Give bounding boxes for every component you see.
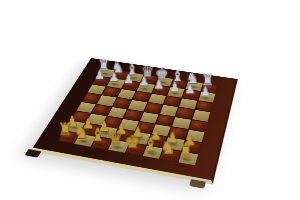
- piece-silver-pawn[interactable]: ♟: [108, 71, 119, 83]
- piece-silver-pawn[interactable]: ♟: [138, 76, 149, 88]
- square-e4[interactable]: [140, 112, 159, 124]
- board-foot-left: [24, 149, 41, 158]
- piece-gold-rook[interactable]: ♜: [178, 141, 194, 159]
- piece-silver-pawn[interactable]: ♟: [123, 73, 134, 85]
- square-g5[interactable]: [176, 107, 194, 118]
- square-g4[interactable]: [172, 117, 191, 129]
- piece-gold-king[interactable]: ♚: [125, 132, 141, 150]
- square-a5[interactable]: [82, 93, 101, 104]
- piece-gold-bishop[interactable]: ♝: [90, 127, 106, 144]
- board-grid: ♜♞♝♛♚♝♞♜♟♟♟♟♟♟♟♟♟♟♟♟♟♟♟♟♜♞♝♛♚♝♞♜: [58, 69, 218, 166]
- piece-silver-pawn[interactable]: ♟: [94, 69, 105, 81]
- square-h5[interactable]: [192, 110, 210, 122]
- piece-silver-pawn[interactable]: ♟: [200, 85, 211, 98]
- board-foot-right: [189, 179, 206, 189]
- board-frame: ♜♞♝♛♚♝♞♜♟♟♟♟♟♟♟♟♟♟♟♟♟♟♟♟♜♞♝♛♚♝♞♜: [31, 58, 238, 185]
- square-f4[interactable]: [156, 114, 175, 126]
- piece-gold-rook[interactable]: ♜: [57, 121, 72, 138]
- piece-silver-pawn[interactable]: ♟: [184, 82, 195, 95]
- piece-gold-knight[interactable]: ♞: [160, 138, 176, 156]
- square-h1[interactable]: ♜: [178, 151, 198, 165]
- piece-gold-queen[interactable]: ♛: [108, 129, 124, 147]
- square-e5[interactable]: [144, 102, 162, 113]
- chess-board: ♜♞♝♛♚♝♞♜♟♟♟♟♟♟♟♟♟♟♟♟♟♟♟♟♜♞♝♛♚♝♞♜: [31, 58, 238, 185]
- square-a4[interactable]: [77, 102, 96, 113]
- piece-silver-pawn[interactable]: ♟: [169, 80, 180, 93]
- chess-set-photo: ♜♞♝♛♚♝♞♜♟♟♟♟♟♟♟♟♟♟♟♟♟♟♟♟♜♞♝♛♚♝♞♜: [0, 0, 300, 200]
- piece-gold-bishop[interactable]: ♝: [142, 135, 158, 153]
- piece-silver-pawn[interactable]: ♟: [153, 78, 164, 90]
- piece-gold-knight[interactable]: ♞: [74, 124, 90, 141]
